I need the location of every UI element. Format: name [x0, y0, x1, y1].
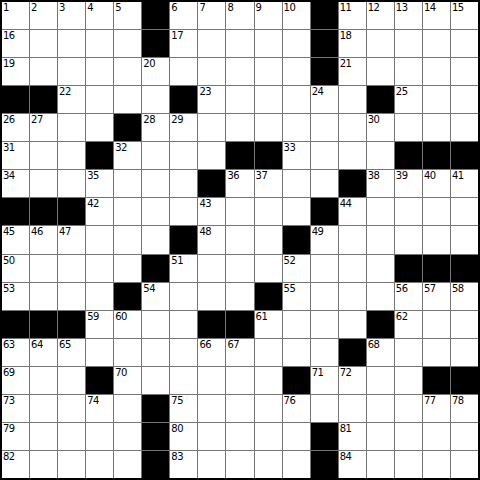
- cell-r6c8[interactable]: 36: [226, 170, 253, 197]
- clue-number-60: 60: [115, 311, 127, 322]
- cell-r7c15[interactable]: [423, 198, 450, 225]
- clue-number-64: 64: [31, 339, 43, 350]
- cell-r5c12[interactable]: [339, 142, 366, 169]
- cell-r14c4[interactable]: [114, 395, 141, 422]
- clue-number-83: 83: [171, 451, 183, 462]
- cell-r14c14[interactable]: [395, 395, 422, 422]
- cell-r10c10[interactable]: 55: [283, 283, 310, 310]
- cell-r7c8[interactable]: [226, 198, 253, 225]
- black-cell-r5c9: [255, 142, 282, 169]
- cell-r6c15[interactable]: 40: [423, 170, 450, 197]
- cell-r11c11[interactable]: [311, 311, 338, 338]
- cell-r0c7[interactable]: 7: [198, 2, 225, 29]
- cell-r4c10[interactable]: [283, 114, 310, 141]
- cell-r14c8[interactable]: [226, 395, 253, 422]
- cell-r16c13[interactable]: [367, 451, 394, 478]
- clue-number-33: 33: [284, 142, 296, 153]
- cell-r14c13[interactable]: [367, 395, 394, 422]
- clue-number-21: 21: [340, 58, 352, 69]
- cell-r1c8[interactable]: [226, 30, 253, 57]
- cell-r3c11[interactable]: 24: [311, 86, 338, 113]
- black-cell-r15c5: [142, 423, 169, 450]
- cell-r7c3[interactable]: 42: [86, 198, 113, 225]
- clue-number-15: 15: [452, 2, 464, 13]
- cell-r16c6[interactable]: 83: [170, 451, 197, 478]
- cell-r11c9[interactable]: 61: [255, 311, 282, 338]
- cell-r9c13[interactable]: [367, 255, 394, 282]
- cell-r4c13[interactable]: 30: [367, 114, 394, 141]
- cell-r10c3[interactable]: [86, 283, 113, 310]
- cell-r13c5[interactable]: [142, 367, 169, 394]
- cell-r7c9[interactable]: [255, 198, 282, 225]
- cell-r7c16[interactable]: [451, 198, 478, 225]
- cell-r14c6[interactable]: 75: [170, 395, 197, 422]
- cell-r16c3[interactable]: [86, 451, 113, 478]
- cell-r6c3[interactable]: 35: [86, 170, 113, 197]
- cell-r15c0[interactable]: 79: [2, 423, 29, 450]
- clue-number-72: 72: [340, 367, 352, 378]
- cell-r2c5[interactable]: 20: [142, 58, 169, 85]
- clue-number-65: 65: [59, 339, 71, 350]
- cell-r3c2[interactable]: 22: [58, 86, 85, 113]
- clue-number-63: 63: [3, 339, 15, 350]
- cell-r6c4[interactable]: [114, 170, 141, 197]
- cell-r6c16[interactable]: 41: [451, 170, 478, 197]
- cell-r2c15[interactable]: [423, 58, 450, 85]
- cell-r1c12[interactable]: 18: [339, 30, 366, 57]
- cell-r14c12[interactable]: [339, 395, 366, 422]
- cell-r8c15[interactable]: [423, 226, 450, 253]
- cell-r8c14[interactable]: [395, 226, 422, 253]
- cell-r15c6[interactable]: 80: [170, 423, 197, 450]
- cell-r15c7[interactable]: [198, 423, 225, 450]
- cell-r0c8[interactable]: 8: [226, 2, 253, 29]
- cell-r6c11[interactable]: [311, 170, 338, 197]
- clue-number-53: 53: [3, 283, 15, 294]
- cell-r16c8[interactable]: [226, 451, 253, 478]
- cell-r13c0[interactable]: 69: [2, 367, 29, 394]
- cell-r13c1[interactable]: [30, 367, 57, 394]
- cell-r2c2[interactable]: [58, 58, 85, 85]
- cell-r6c6[interactable]: [170, 170, 197, 197]
- cell-r5c4[interactable]: 32: [114, 142, 141, 169]
- cell-r12c8[interactable]: 67: [226, 339, 253, 366]
- cell-r7c13[interactable]: [367, 198, 394, 225]
- cell-r2c4[interactable]: [114, 58, 141, 85]
- cell-r0c15[interactable]: 14: [423, 2, 450, 29]
- cell-r10c15[interactable]: 57: [423, 283, 450, 310]
- cell-r4c9[interactable]: [255, 114, 282, 141]
- cell-r8c13[interactable]: [367, 226, 394, 253]
- cell-r4c6[interactable]: 29: [170, 114, 197, 141]
- black-cell-r11c0: [2, 311, 29, 338]
- cell-r7c5[interactable]: [142, 198, 169, 225]
- cell-r5c5[interactable]: [142, 142, 169, 169]
- cell-r12c15[interactable]: [423, 339, 450, 366]
- cell-r10c6[interactable]: [170, 283, 197, 310]
- cell-r3c10[interactable]: [283, 86, 310, 113]
- cell-r2c8[interactable]: [226, 58, 253, 85]
- cell-r16c2[interactable]: [58, 451, 85, 478]
- cell-r10c12[interactable]: [339, 283, 366, 310]
- cell-r4c12[interactable]: [339, 114, 366, 141]
- cell-r3c4[interactable]: [114, 86, 141, 113]
- cell-r15c13[interactable]: [367, 423, 394, 450]
- cell-r1c1[interactable]: [30, 30, 57, 57]
- cell-r14c3[interactable]: 74: [86, 395, 113, 422]
- cell-r1c13[interactable]: [367, 30, 394, 57]
- cell-r0c4[interactable]: 5: [114, 2, 141, 29]
- cell-r12c7[interactable]: 66: [198, 339, 225, 366]
- clue-number-26: 26: [3, 114, 15, 125]
- cell-r3c16[interactable]: [451, 86, 478, 113]
- cell-r15c4[interactable]: [114, 423, 141, 450]
- cell-r2c7[interactable]: [198, 58, 225, 85]
- black-cell-r9c16: [451, 255, 478, 282]
- cell-r2c16[interactable]: [451, 58, 478, 85]
- cell-r3c5[interactable]: [142, 86, 169, 113]
- cell-r13c6[interactable]: [170, 367, 197, 394]
- cell-r14c10[interactable]: 76: [283, 395, 310, 422]
- cell-r0c16[interactable]: 15: [451, 2, 478, 29]
- cell-r7c4[interactable]: [114, 198, 141, 225]
- cell-r5c11[interactable]: [311, 142, 338, 169]
- cell-r12c1[interactable]: 64: [30, 339, 57, 366]
- cell-r6c1[interactable]: [30, 170, 57, 197]
- cell-r1c16[interactable]: [451, 30, 478, 57]
- cell-r2c12[interactable]: 21: [339, 58, 366, 85]
- cell-r12c9[interactable]: [255, 339, 282, 366]
- cell-r11c5[interactable]: [142, 311, 169, 338]
- cell-r16c16[interactable]: [451, 451, 478, 478]
- black-cell-r8c10: [283, 226, 310, 253]
- cell-r11c6[interactable]: [170, 311, 197, 338]
- cell-r9c3[interactable]: [86, 255, 113, 282]
- cell-r8c0[interactable]: 45: [2, 226, 29, 253]
- clue-number-38: 38: [368, 170, 380, 181]
- cell-r12c14[interactable]: [395, 339, 422, 366]
- cell-r12c3[interactable]: [86, 339, 113, 366]
- cell-r15c3[interactable]: [86, 423, 113, 450]
- cell-r9c4[interactable]: [114, 255, 141, 282]
- cell-r3c8[interactable]: [226, 86, 253, 113]
- cell-r1c2[interactable]: [58, 30, 85, 57]
- cell-r4c8[interactable]: [226, 114, 253, 141]
- clue-number-27: 27: [31, 114, 43, 125]
- cell-r10c5[interactable]: 54: [142, 283, 169, 310]
- cell-r13c7[interactable]: [198, 367, 225, 394]
- cell-r14c16[interactable]: 78: [451, 395, 478, 422]
- clue-number-3: 3: [59, 2, 65, 13]
- cell-r11c4[interactable]: 60: [114, 311, 141, 338]
- clue-number-79: 79: [3, 423, 15, 434]
- cell-r6c0[interactable]: 34: [2, 170, 29, 197]
- cell-r1c15[interactable]: [423, 30, 450, 57]
- cell-r14c2[interactable]: [58, 395, 85, 422]
- cell-r11c14[interactable]: 62: [395, 311, 422, 338]
- cell-r16c7[interactable]: [198, 451, 225, 478]
- black-cell-r5c8: [226, 142, 253, 169]
- cell-r1c7[interactable]: [198, 30, 225, 57]
- cell-r6c5[interactable]: [142, 170, 169, 197]
- cell-r15c2[interactable]: [58, 423, 85, 450]
- cell-r14c0[interactable]: 73: [2, 395, 29, 422]
- cell-r8c9[interactable]: [255, 226, 282, 253]
- cell-r16c1[interactable]: [30, 451, 57, 478]
- cell-r3c14[interactable]: 25: [395, 86, 422, 113]
- black-cell-r1c5: [142, 30, 169, 57]
- clue-number-84: 84: [340, 451, 352, 462]
- cell-r1c10[interactable]: [283, 30, 310, 57]
- cell-r14c7[interactable]: [198, 395, 225, 422]
- cell-r16c10[interactable]: [283, 451, 310, 478]
- cell-r1c6[interactable]: 17: [170, 30, 197, 57]
- clue-number-32: 32: [115, 142, 127, 153]
- black-cell-r13c10: [283, 367, 310, 394]
- cell-r0c9[interactable]: 9: [255, 2, 282, 29]
- cell-r10c11[interactable]: [311, 283, 338, 310]
- cell-r9c11[interactable]: [311, 255, 338, 282]
- black-cell-r16c5: [142, 451, 169, 478]
- clue-number-44: 44: [340, 198, 352, 209]
- cell-r0c12[interactable]: 11: [339, 2, 366, 29]
- cell-r3c9[interactable]: [255, 86, 282, 113]
- cell-r4c2[interactable]: [58, 114, 85, 141]
- cell-r9c12[interactable]: [339, 255, 366, 282]
- cell-r13c9[interactable]: [255, 367, 282, 394]
- clue-number-67: 67: [227, 339, 239, 350]
- cell-r9c7[interactable]: [198, 255, 225, 282]
- cell-r10c14[interactable]: 56: [395, 283, 422, 310]
- cell-r14c9[interactable]: [255, 395, 282, 422]
- cell-r16c15[interactable]: [423, 451, 450, 478]
- cell-r2c6[interactable]: [170, 58, 197, 85]
- cell-r4c11[interactable]: [311, 114, 338, 141]
- cell-r13c13[interactable]: [367, 367, 394, 394]
- cell-r16c0[interactable]: 82: [2, 451, 29, 478]
- cell-r13c12[interactable]: 72: [339, 367, 366, 394]
- cell-r8c8[interactable]: [226, 226, 253, 253]
- cell-r3c15[interactable]: [423, 86, 450, 113]
- cell-r10c7[interactable]: [198, 283, 225, 310]
- cell-r9c10[interactable]: 52: [283, 255, 310, 282]
- cell-r10c8[interactable]: [226, 283, 253, 310]
- cell-r10c0[interactable]: 53: [2, 283, 29, 310]
- cell-r9c2[interactable]: [58, 255, 85, 282]
- cell-r6c13[interactable]: 38: [367, 170, 394, 197]
- cell-r4c0[interactable]: 26: [2, 114, 29, 141]
- black-cell-r0c5: [142, 2, 169, 29]
- cell-r10c2[interactable]: [58, 283, 85, 310]
- cell-r5c1[interactable]: [30, 142, 57, 169]
- cell-r12c10[interactable]: [283, 339, 310, 366]
- cell-r12c0[interactable]: 63: [2, 339, 29, 366]
- clue-number-54: 54: [143, 283, 155, 294]
- cell-r13c2[interactable]: [58, 367, 85, 394]
- cell-r15c14[interactable]: [395, 423, 422, 450]
- cell-r14c11[interactable]: [311, 395, 338, 422]
- cell-r15c15[interactable]: [423, 423, 450, 450]
- cell-r15c12[interactable]: 81: [339, 423, 366, 450]
- cell-r11c16[interactable]: [451, 311, 478, 338]
- cell-r9c0[interactable]: 50: [2, 255, 29, 282]
- cell-r15c8[interactable]: [226, 423, 253, 450]
- cell-r2c13[interactable]: [367, 58, 394, 85]
- clue-number-58: 58: [452, 283, 464, 294]
- cell-r2c10[interactable]: [283, 58, 310, 85]
- cell-r4c16[interactable]: [451, 114, 478, 141]
- cell-r8c3[interactable]: [86, 226, 113, 253]
- cell-r0c1[interactable]: 2: [30, 2, 57, 29]
- cell-r0c6[interactable]: 6: [170, 2, 197, 29]
- clue-number-69: 69: [3, 367, 15, 378]
- cell-r11c12[interactable]: [339, 311, 366, 338]
- clue-number-2: 2: [31, 2, 37, 13]
- clue-number-42: 42: [87, 198, 99, 209]
- cell-r1c0[interactable]: 16: [2, 30, 29, 57]
- cell-r5c10[interactable]: 33: [283, 142, 310, 169]
- cell-r8c1[interactable]: 46: [30, 226, 57, 253]
- cell-r12c4[interactable]: [114, 339, 141, 366]
- cell-r1c3[interactable]: [86, 30, 113, 57]
- cell-r6c2[interactable]: [58, 170, 85, 197]
- cell-r9c6[interactable]: 51: [170, 255, 197, 282]
- cell-r0c10[interactable]: 10: [283, 2, 310, 29]
- cell-r3c7[interactable]: 23: [198, 86, 225, 113]
- cell-r13c4[interactable]: 70: [114, 367, 141, 394]
- cell-r5c13[interactable]: [367, 142, 394, 169]
- cell-r12c13[interactable]: 68: [367, 339, 394, 366]
- cell-r8c12[interactable]: [339, 226, 366, 253]
- black-cell-r8c6: [170, 226, 197, 253]
- cell-r16c12[interactable]: 84: [339, 451, 366, 478]
- cell-r11c15[interactable]: [423, 311, 450, 338]
- cell-r12c5[interactable]: [142, 339, 169, 366]
- cell-r8c2[interactable]: 47: [58, 226, 85, 253]
- cell-r13c8[interactable]: [226, 367, 253, 394]
- cell-r5c6[interactable]: [170, 142, 197, 169]
- cell-r7c10[interactable]: [283, 198, 310, 225]
- cell-r0c0[interactable]: 1: [2, 2, 29, 29]
- cell-r2c14[interactable]: [395, 58, 422, 85]
- cell-r12c6[interactable]: [170, 339, 197, 366]
- clue-number-37: 37: [256, 170, 268, 181]
- cell-r9c1[interactable]: [30, 255, 57, 282]
- cell-r2c1[interactable]: [30, 58, 57, 85]
- cell-r4c1[interactable]: 27: [30, 114, 57, 141]
- cell-r9c8[interactable]: [226, 255, 253, 282]
- clue-number-8: 8: [227, 2, 233, 13]
- cell-r16c9[interactable]: [255, 451, 282, 478]
- cell-r5c7[interactable]: [198, 142, 225, 169]
- cell-r4c15[interactable]: [423, 114, 450, 141]
- cell-r10c16[interactable]: 58: [451, 283, 478, 310]
- clue-number-74: 74: [87, 395, 99, 406]
- cell-r14c15[interactable]: 77: [423, 395, 450, 422]
- clue-number-6: 6: [171, 2, 177, 13]
- cell-r14c1[interactable]: [30, 395, 57, 422]
- cell-r1c14[interactable]: [395, 30, 422, 57]
- cell-r11c10[interactable]: [283, 311, 310, 338]
- black-cell-r16c11: [311, 451, 338, 478]
- cell-r6c9[interactable]: 37: [255, 170, 282, 197]
- clue-number-52: 52: [284, 255, 296, 266]
- cell-r0c3[interactable]: 4: [86, 2, 113, 29]
- cell-r7c7[interactable]: 43: [198, 198, 225, 225]
- cell-r13c11[interactable]: 71: [311, 367, 338, 394]
- cell-r5c2[interactable]: [58, 142, 85, 169]
- clue-number-16: 16: [3, 30, 15, 41]
- cell-r10c13[interactable]: [367, 283, 394, 310]
- clue-number-39: 39: [396, 170, 408, 181]
- cell-r2c9[interactable]: [255, 58, 282, 85]
- cell-r8c5[interactable]: [142, 226, 169, 253]
- cell-r16c14[interactable]: [395, 451, 422, 478]
- cell-r2c0[interactable]: 19: [2, 58, 29, 85]
- cell-r8c4[interactable]: [114, 226, 141, 253]
- cell-r15c16[interactable]: [451, 423, 478, 450]
- cell-r2c3[interactable]: [86, 58, 113, 85]
- clue-number-14: 14: [424, 2, 436, 13]
- cell-r15c9[interactable]: [255, 423, 282, 450]
- cell-r3c12[interactable]: [339, 86, 366, 113]
- black-cell-r2c11: [311, 58, 338, 85]
- cell-r7c14[interactable]: [395, 198, 422, 225]
- cell-r0c14[interactable]: 13: [395, 2, 422, 29]
- cell-r8c7[interactable]: 48: [198, 226, 225, 253]
- cell-r5c0[interactable]: 31: [2, 142, 29, 169]
- cell-r1c9[interactable]: [255, 30, 282, 57]
- clue-number-70: 70: [115, 367, 127, 378]
- clue-number-18: 18: [340, 30, 352, 41]
- cell-r0c13[interactable]: 12: [367, 2, 394, 29]
- cell-r7c12[interactable]: 44: [339, 198, 366, 225]
- cell-r10c1[interactable]: [30, 283, 57, 310]
- cell-r12c11[interactable]: [311, 339, 338, 366]
- cell-r1c4[interactable]: [114, 30, 141, 57]
- cell-r7c6[interactable]: [170, 198, 197, 225]
- cell-r16c4[interactable]: [114, 451, 141, 478]
- cell-r4c5[interactable]: 28: [142, 114, 169, 141]
- cell-r6c10[interactable]: [283, 170, 310, 197]
- cell-r15c1[interactable]: [30, 423, 57, 450]
- cell-r12c2[interactable]: 65: [58, 339, 85, 366]
- cell-r6c14[interactable]: 39: [395, 170, 422, 197]
- black-cell-r12c12: [339, 339, 366, 366]
- clue-number-55: 55: [284, 283, 296, 294]
- black-cell-r11c8: [226, 311, 253, 338]
- clue-number-75: 75: [171, 395, 183, 406]
- cell-r15c10[interactable]: [283, 423, 310, 450]
- cell-r8c16[interactable]: [451, 226, 478, 253]
- cell-r0c2[interactable]: 3: [58, 2, 85, 29]
- clue-number-49: 49: [312, 226, 324, 237]
- cell-r11c3[interactable]: 59: [86, 311, 113, 338]
- cell-r9c9[interactable]: [255, 255, 282, 282]
- cell-r13c14[interactable]: [395, 367, 422, 394]
- clue-number-61: 61: [256, 311, 268, 322]
- crossword-page: 1234567891011121314151617181920212223242…: [0, 0, 480, 480]
- cell-r3c3[interactable]: [86, 86, 113, 113]
- cell-r4c3[interactable]: [86, 114, 113, 141]
- clue-number-5: 5: [115, 2, 121, 13]
- cell-r8c11[interactable]: 49: [311, 226, 338, 253]
- black-cell-r5c14: [395, 142, 422, 169]
- cell-r4c14[interactable]: [395, 114, 422, 141]
- cell-r12c16[interactable]: [451, 339, 478, 366]
- black-cell-r10c4: [114, 283, 141, 310]
- cell-r4c7[interactable]: [198, 114, 225, 141]
